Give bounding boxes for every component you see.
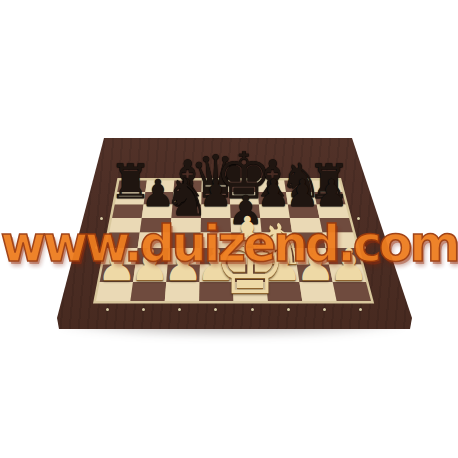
watermark-text: www.duizend.com	[0, 219, 458, 271]
piece-black-pawn-h7[interactable]: ♟	[309, 175, 354, 212]
chess-board-photo: ♜♝♛♚♝♞♜♟♟♟♟♟♟♞♟♟♞♟♟♟♟♟♟♟♚ www.duizend.co…	[0, 0, 458, 458]
